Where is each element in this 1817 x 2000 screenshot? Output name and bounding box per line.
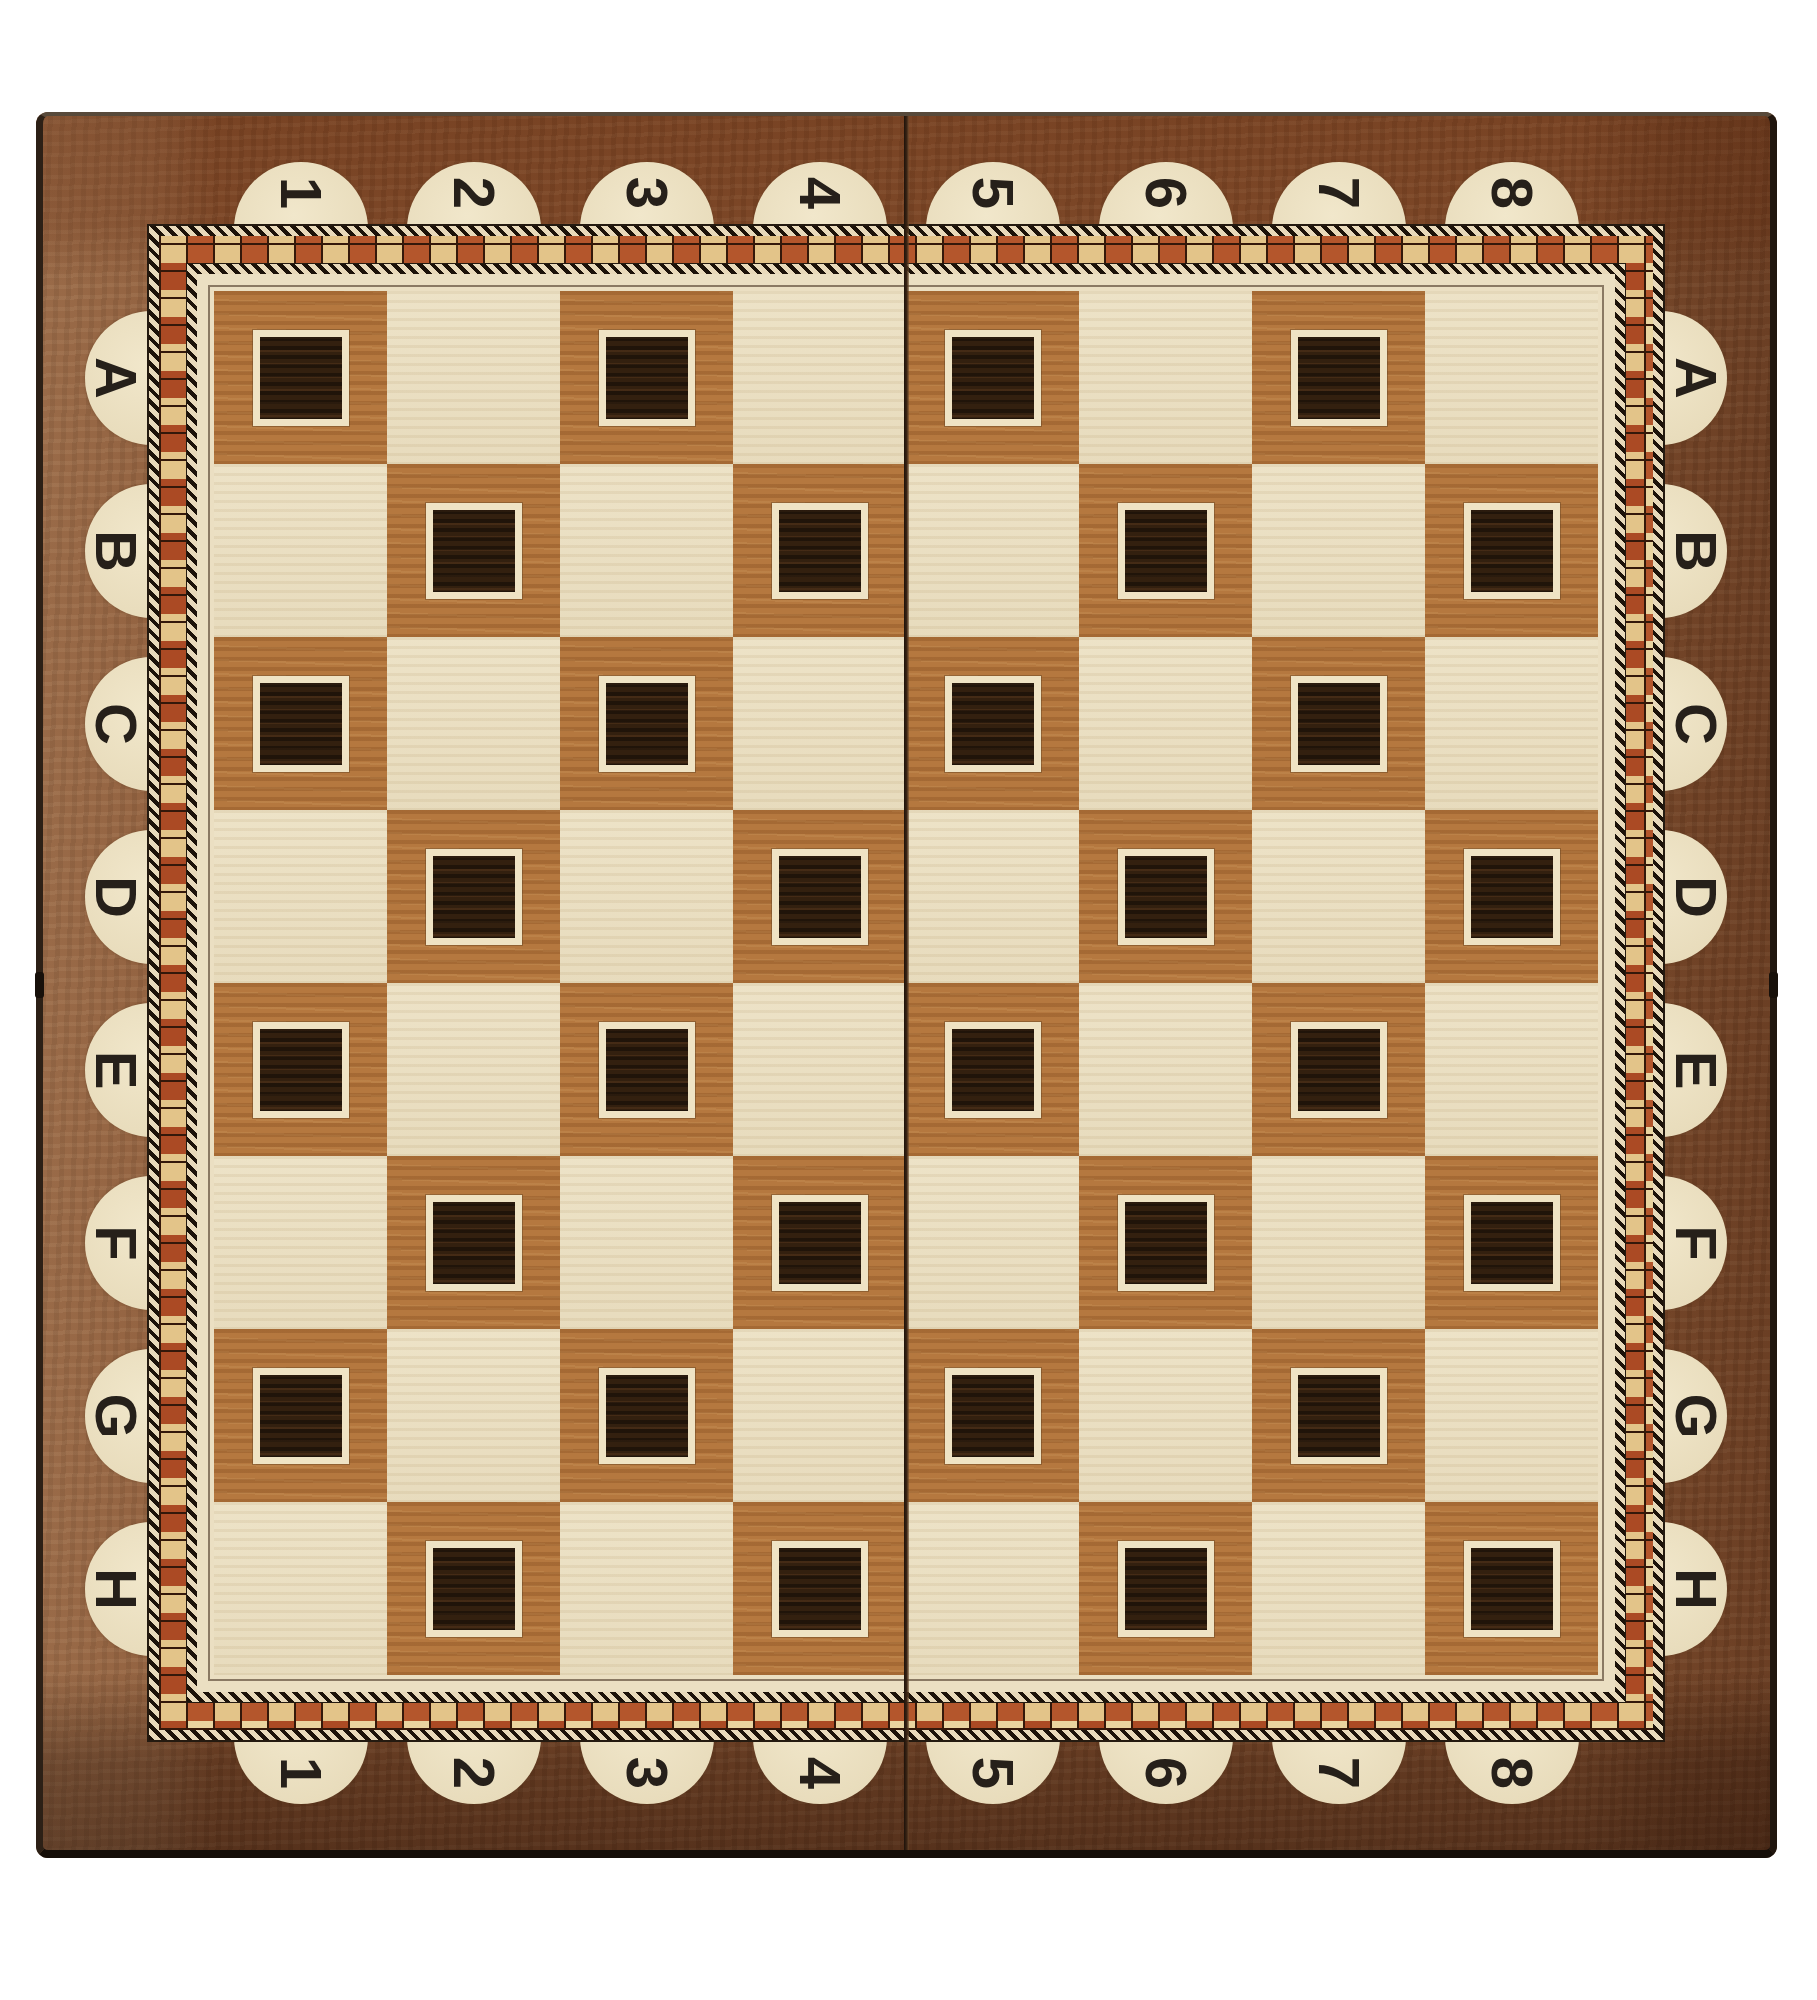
square-B5	[906, 464, 1079, 637]
inset-square	[599, 676, 695, 772]
square-F4	[733, 1156, 906, 1329]
rank-label-right-F-text: F	[1667, 1214, 1725, 1272]
square-H4	[733, 1502, 906, 1675]
inset-square	[945, 1022, 1041, 1118]
rank-label-left-A-text: A	[87, 349, 145, 407]
file-label-top-6-text: 6	[1137, 164, 1195, 222]
file-label-top-8-text: 8	[1483, 164, 1541, 222]
square-G4	[733, 1329, 906, 1502]
chess-board: 11AA22BB33CC44DD55EE66FF77GG88HH	[36, 112, 1777, 1858]
square-C3	[560, 637, 733, 810]
square-C7	[1252, 637, 1425, 810]
file-label-top-1-text: 1	[272, 164, 330, 222]
square-A5	[906, 291, 1079, 464]
square-E6	[1079, 983, 1252, 1156]
square-F2	[387, 1156, 560, 1329]
square-F5	[906, 1156, 1079, 1329]
square-H2	[387, 1502, 560, 1675]
inset-square	[426, 1541, 522, 1637]
file-label-top-2-text: 2	[445, 164, 503, 222]
rank-label-left-B-text: B	[87, 522, 145, 580]
square-C5	[906, 637, 1079, 810]
square-G1	[214, 1329, 387, 1502]
inset-square	[253, 1022, 349, 1118]
square-G7	[1252, 1329, 1425, 1502]
file-label-top-4-text: 4	[791, 164, 849, 222]
square-C1	[214, 637, 387, 810]
square-D6	[1079, 810, 1252, 983]
square-F7	[1252, 1156, 1425, 1329]
inset-square	[945, 1368, 1041, 1464]
square-B4	[733, 464, 906, 637]
inset-square	[1118, 503, 1214, 599]
square-D5	[906, 810, 1079, 983]
square-C8	[1425, 637, 1598, 810]
inset-square	[1118, 1541, 1214, 1637]
square-H3	[560, 1502, 733, 1675]
square-E4	[733, 983, 906, 1156]
rank-label-left-F-text: F	[87, 1214, 145, 1272]
inset-square	[426, 1195, 522, 1291]
inset-square	[599, 330, 695, 426]
square-H1	[214, 1502, 387, 1675]
square-A8	[1425, 291, 1598, 464]
square-A1	[214, 291, 387, 464]
inset-square	[426, 849, 522, 945]
square-F3	[560, 1156, 733, 1329]
square-A7	[1252, 291, 1425, 464]
file-label-top-7-text: 7	[1310, 164, 1368, 222]
inset-square	[772, 503, 868, 599]
rank-label-right-B-text: B	[1667, 522, 1725, 580]
square-B3	[560, 464, 733, 637]
square-B7	[1252, 464, 1425, 637]
square-E8	[1425, 983, 1598, 1156]
inset-square	[1118, 1195, 1214, 1291]
square-F1	[214, 1156, 387, 1329]
square-G8	[1425, 1329, 1598, 1502]
square-G5	[906, 1329, 1079, 1502]
inset-square	[945, 330, 1041, 426]
square-H6	[1079, 1502, 1252, 1675]
inset-square	[772, 849, 868, 945]
square-E7	[1252, 983, 1425, 1156]
square-D8	[1425, 810, 1598, 983]
inset-square	[1464, 503, 1560, 599]
inset-square	[772, 1195, 868, 1291]
file-label-bottom-4-text: 4	[791, 1744, 849, 1802]
rank-label-right-A-text: A	[1667, 349, 1725, 407]
square-B1	[214, 464, 387, 637]
inset-square	[1464, 849, 1560, 945]
rank-label-right-G-text: G	[1667, 1387, 1725, 1445]
file-label-bottom-5-text: 5	[964, 1744, 1022, 1802]
square-D3	[560, 810, 733, 983]
file-label-bottom-7-text: 7	[1310, 1744, 1368, 1802]
inset-square	[253, 1368, 349, 1464]
rank-label-left-G-text: G	[87, 1387, 145, 1445]
hinge-notch-right	[1769, 972, 1778, 998]
square-G6	[1079, 1329, 1252, 1502]
square-E5	[906, 983, 1079, 1156]
inset-square	[1291, 676, 1387, 772]
square-E3	[560, 983, 733, 1156]
square-D1	[214, 810, 387, 983]
file-label-bottom-3-text: 3	[618, 1744, 676, 1802]
rank-label-left-E-text: E	[87, 1041, 145, 1099]
square-A6	[1079, 291, 1252, 464]
rank-label-right-E-text: E	[1667, 1041, 1725, 1099]
inset-square	[772, 1541, 868, 1637]
hinge-notch-left	[35, 972, 44, 998]
square-C6	[1079, 637, 1252, 810]
inset-square	[1291, 1022, 1387, 1118]
square-H5	[906, 1502, 1079, 1675]
square-C2	[387, 637, 560, 810]
rank-label-right-D-text: D	[1667, 868, 1725, 926]
square-A2	[387, 291, 560, 464]
inset-square	[1464, 1541, 1560, 1637]
square-B8	[1425, 464, 1598, 637]
square-D4	[733, 810, 906, 983]
square-E2	[387, 983, 560, 1156]
inset-square	[599, 1368, 695, 1464]
rank-label-right-C-text: C	[1667, 695, 1725, 753]
inset-square	[1118, 849, 1214, 945]
file-label-bottom-1-text: 1	[272, 1744, 330, 1802]
file-label-bottom-2-text: 2	[445, 1744, 503, 1802]
inset-square	[945, 676, 1041, 772]
inset-square	[1464, 1195, 1560, 1291]
file-label-top-3-text: 3	[618, 164, 676, 222]
square-G3	[560, 1329, 733, 1502]
rank-label-left-D-text: D	[87, 868, 145, 926]
file-label-bottom-8-text: 8	[1483, 1744, 1541, 1802]
rank-label-left-C-text: C	[87, 695, 145, 753]
file-label-top-5-text: 5	[964, 164, 1022, 222]
square-A4	[733, 291, 906, 464]
inset-square	[1291, 330, 1387, 426]
photo-background: 11AA22BB33CC44DD55EE66FF77GG88HH	[0, 0, 1817, 2000]
square-A3	[560, 291, 733, 464]
square-D7	[1252, 810, 1425, 983]
rank-label-right-H-text: H	[1667, 1560, 1725, 1618]
square-H8	[1425, 1502, 1598, 1675]
inset-square	[253, 330, 349, 426]
square-F6	[1079, 1156, 1252, 1329]
square-H7	[1252, 1502, 1425, 1675]
rank-label-left-H-text: H	[87, 1560, 145, 1618]
square-B2	[387, 464, 560, 637]
square-D2	[387, 810, 560, 983]
center-hinge-seam	[904, 112, 909, 1858]
inset-square	[1291, 1368, 1387, 1464]
square-E1	[214, 983, 387, 1156]
square-F8	[1425, 1156, 1598, 1329]
square-C4	[733, 637, 906, 810]
square-B6	[1079, 464, 1252, 637]
square-G2	[387, 1329, 560, 1502]
inset-square	[599, 1022, 695, 1118]
file-label-bottom-6-text: 6	[1137, 1744, 1195, 1802]
inset-square	[253, 676, 349, 772]
inset-square	[426, 503, 522, 599]
